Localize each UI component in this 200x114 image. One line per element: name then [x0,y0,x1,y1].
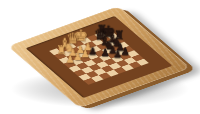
square-a6 [59,57,71,64]
square-h3 [127,50,139,57]
chess-set-photo: ♝♛♚♜♜♞♛♚♟♟♟♝♝♜♟♟♟♟♞♞♟♟♟♟♟ [0,0,200,114]
square-f2 [116,60,128,67]
board-squares: ♝♛♚♜♜♞♛♚♟♟♟♝♝♜♟♟♟♟♞♞♟♟♟♟♟ [49,29,149,85]
square-c1 [99,72,111,79]
square-h4 [122,46,134,53]
square-b6: ♟ [67,54,79,61]
square-b3 [81,67,93,74]
square-g5: ♞ [109,45,121,52]
square-e1 [114,67,126,74]
square-d3 [96,61,108,68]
square-f6: ♝ [97,43,109,50]
square-a4 [69,65,81,72]
square-a1 [84,78,96,85]
